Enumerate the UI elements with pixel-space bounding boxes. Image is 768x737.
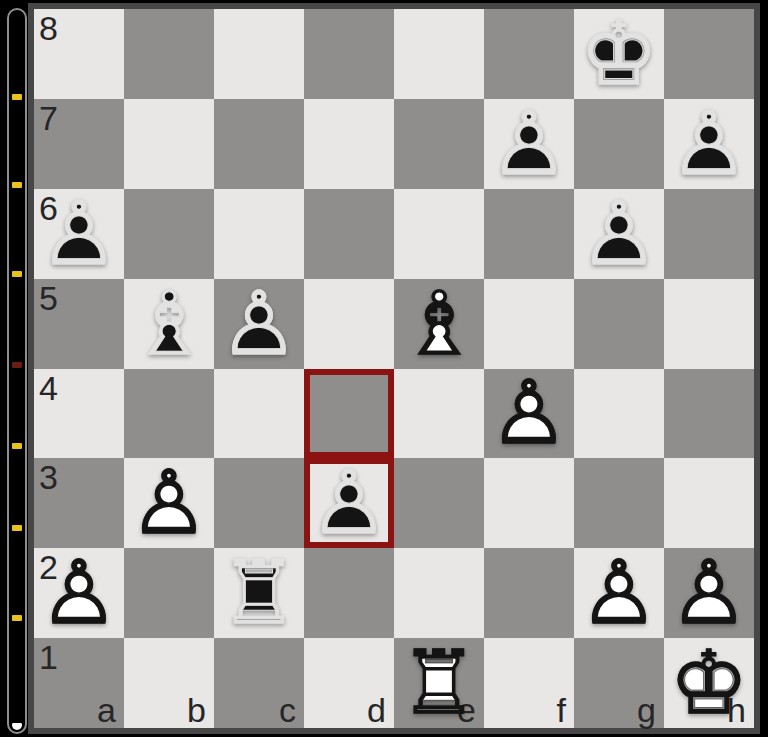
eval-bar-tick	[12, 443, 22, 449]
square-h6[interactable]	[664, 189, 754, 279]
square-e8[interactable]	[394, 9, 484, 99]
square-f3[interactable]	[484, 458, 574, 548]
square-c6[interactable]	[214, 189, 304, 279]
black-pawn-icon[interactable]: ♟♙	[214, 279, 304, 369]
square-g4[interactable]	[574, 369, 664, 459]
square-e5[interactable]: ♝♗	[394, 279, 484, 369]
square-a4[interactable]: 4	[34, 369, 124, 459]
white-rook-icon[interactable]: ♜♖	[394, 638, 484, 728]
black-pawn-icon[interactable]: ♟♙	[484, 99, 574, 189]
rank-label-7: 7	[39, 101, 58, 135]
piece-outline-glyph: ♙	[40, 190, 119, 278]
piece-outline-glyph: ♙	[580, 549, 659, 637]
eval-bar-mid-tick	[12, 362, 22, 368]
square-e3[interactable]	[394, 458, 484, 548]
black-rook-icon[interactable]: ♜♖	[214, 548, 304, 638]
white-pawn-icon[interactable]: ♟♙	[574, 548, 664, 638]
black-pawn-icon[interactable]: ♟♙	[664, 99, 754, 189]
square-c1[interactable]: c	[214, 638, 304, 728]
black-bishop-icon[interactable]: ♝♗	[124, 279, 214, 369]
piece-outline-glyph: ♔	[670, 639, 749, 727]
rank-label-8: 8	[39, 11, 58, 45]
square-g8[interactable]: ♚♔	[574, 9, 664, 99]
square-g2[interactable]: ♟♙	[574, 548, 664, 638]
square-d8[interactable]	[304, 9, 394, 99]
square-h1[interactable]: h♚♔	[664, 638, 754, 728]
chess-board: 8♚♔7♟♙♟♙6♟♙♟♙5♝♗♟♙♝♗4♟♙3♟♙♟♙2♟♙♜♖♟♙♟♙1ab…	[34, 9, 754, 728]
white-pawn-icon[interactable]: ♟♙	[124, 458, 214, 548]
square-f1[interactable]: f	[484, 638, 574, 728]
square-g7[interactable]	[574, 99, 664, 189]
file-label-a: a	[97, 693, 116, 727]
square-a8[interactable]: 8	[34, 9, 124, 99]
square-f4[interactable]: ♟♙	[484, 369, 574, 459]
eval-bar-tick	[12, 271, 22, 277]
chess-app-screen: 8♚♔7♟♙♟♙6♟♙♟♙5♝♗♟♙♝♗4♟♙3♟♙♟♙2♟♙♜♖♟♙♟♙1ab…	[0, 0, 768, 737]
white-bishop-icon[interactable]: ♝♗	[394, 279, 484, 369]
square-c5[interactable]: ♟♙	[214, 279, 304, 369]
piece-outline-glyph: ♙	[310, 459, 389, 547]
piece-outline-glyph: ♔	[580, 10, 659, 98]
square-c7[interactable]	[214, 99, 304, 189]
square-d1[interactable]: d	[304, 638, 394, 728]
board-frame: 8♚♔7♟♙♟♙6♟♙♟♙5♝♗♟♙♝♗4♟♙3♟♙♟♙2♟♙♜♖♟♙♟♙1ab…	[28, 3, 760, 734]
piece-outline-glyph: ♖	[220, 549, 299, 637]
file-label-b: b	[187, 693, 206, 727]
piece-outline-glyph: ♙	[490, 369, 569, 457]
white-pawn-icon[interactable]: ♟♙	[664, 548, 754, 638]
square-a1[interactable]: 1a	[34, 638, 124, 728]
square-d4[interactable]	[304, 369, 394, 459]
rank-label-3: 3	[39, 460, 58, 494]
square-b7[interactable]	[124, 99, 214, 189]
piece-outline-glyph: ♙	[40, 549, 119, 637]
eval-bar-tick	[12, 94, 22, 100]
square-b2[interactable]	[124, 548, 214, 638]
square-d6[interactable]	[304, 189, 394, 279]
square-h5[interactable]	[664, 279, 754, 369]
file-label-g: g	[637, 693, 656, 727]
square-d5[interactable]	[304, 279, 394, 369]
square-e7[interactable]	[394, 99, 484, 189]
square-a2[interactable]: 2♟♙	[34, 548, 124, 638]
square-e1[interactable]: e♜♖	[394, 638, 484, 728]
square-a3[interactable]: 3	[34, 458, 124, 548]
square-d2[interactable]	[304, 548, 394, 638]
rank-label-1: 1	[39, 640, 58, 674]
piece-outline-glyph: ♙	[670, 549, 749, 637]
square-e4[interactable]	[394, 369, 484, 459]
square-f8[interactable]	[484, 9, 574, 99]
black-pawn-icon[interactable]: ♟♙	[574, 189, 664, 279]
eval-bar	[7, 8, 27, 734]
square-h7[interactable]: ♟♙	[664, 99, 754, 189]
eval-bar-tick	[12, 615, 22, 621]
white-pawn-icon[interactable]: ♟♙	[484, 369, 574, 459]
square-a5[interactable]: 5	[34, 279, 124, 369]
square-a7[interactable]: 7	[34, 99, 124, 189]
file-label-d: d	[367, 693, 386, 727]
square-c3[interactable]	[214, 458, 304, 548]
rank-label-4: 4	[39, 371, 58, 405]
piece-outline-glyph: ♖	[400, 639, 479, 727]
square-f5[interactable]	[484, 279, 574, 369]
piece-outline-glyph: ♙	[670, 100, 749, 188]
square-h4[interactable]	[664, 369, 754, 459]
square-b6[interactable]	[124, 189, 214, 279]
square-c2[interactable]: ♜♖	[214, 548, 304, 638]
square-e6[interactable]	[394, 189, 484, 279]
square-a6[interactable]: 6♟♙	[34, 189, 124, 279]
square-b4[interactable]	[124, 369, 214, 459]
eval-bar-tick	[12, 182, 22, 188]
eval-bar-bottom-cap	[12, 723, 22, 730]
square-b3[interactable]: ♟♙	[124, 458, 214, 548]
square-g1[interactable]: g	[574, 638, 664, 728]
piece-outline-glyph: ♗	[130, 280, 209, 368]
square-f6[interactable]	[484, 189, 574, 279]
square-d3[interactable]: ♟♙	[304, 458, 394, 548]
white-king-icon[interactable]: ♚♔	[664, 638, 754, 728]
white-pawn-icon[interactable]: ♟♙	[34, 548, 124, 638]
file-label-f: f	[557, 693, 566, 727]
square-h8[interactable]	[664, 9, 754, 99]
square-g6[interactable]: ♟♙	[574, 189, 664, 279]
black-king-icon[interactable]: ♚♔	[574, 9, 664, 99]
square-g3[interactable]	[574, 458, 664, 548]
square-b8[interactable]	[124, 9, 214, 99]
piece-outline-glyph: ♙	[490, 100, 569, 188]
square-g5[interactable]	[574, 279, 664, 369]
piece-outline-glyph: ♙	[580, 190, 659, 278]
piece-outline-glyph: ♙	[130, 459, 209, 547]
eval-bar-tick	[12, 525, 22, 531]
square-f2[interactable]	[484, 548, 574, 638]
square-b1[interactable]: b	[124, 638, 214, 728]
black-pawn-icon[interactable]: ♟♙	[304, 458, 394, 548]
square-b5[interactable]: ♝♗	[124, 279, 214, 369]
piece-outline-glyph: ♗	[400, 280, 479, 368]
square-f7[interactable]: ♟♙	[484, 99, 574, 189]
square-h2[interactable]: ♟♙	[664, 548, 754, 638]
black-pawn-icon[interactable]: ♟♙	[34, 189, 124, 279]
square-e2[interactable]	[394, 548, 484, 638]
square-h3[interactable]	[664, 458, 754, 548]
rank-label-5: 5	[39, 281, 58, 315]
square-c8[interactable]	[214, 9, 304, 99]
piece-outline-glyph: ♙	[220, 280, 299, 368]
square-c4[interactable]	[214, 369, 304, 459]
square-d7[interactable]	[304, 99, 394, 189]
file-label-c: c	[279, 693, 296, 727]
